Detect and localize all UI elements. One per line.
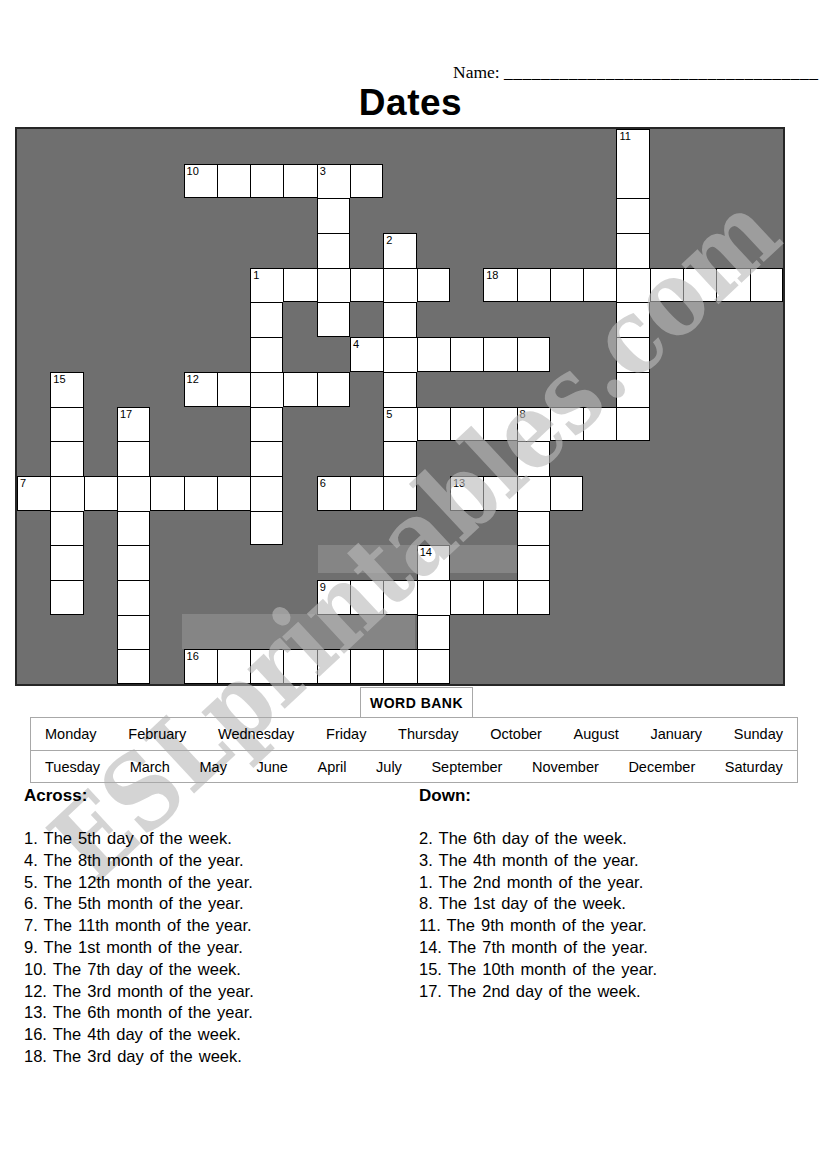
grid-cell-r4c18[interactable] [616, 268, 649, 303]
block-cell [750, 649, 783, 684]
across-clues-section: Across: 1. The 5th day of the week.4. Th… [24, 786, 254, 1068]
block-cell [483, 164, 516, 199]
grid-cell-r10c3[interactable] [117, 476, 150, 511]
block-cell [583, 302, 616, 337]
block-cell [583, 649, 616, 684]
block-cell [84, 198, 117, 233]
grid-cell-r4c16[interactable] [550, 268, 583, 303]
grid-cell-r10c5[interactable] [184, 476, 217, 511]
block-cell [650, 198, 683, 233]
grid-cell-r4c14[interactable]: 18 [483, 268, 516, 303]
block-cell [317, 337, 350, 372]
block-cell [616, 545, 649, 580]
block-cell [250, 580, 283, 615]
grid-cell-r15c7[interactable] [250, 649, 283, 684]
grid-cell-r15c6[interactable] [217, 649, 250, 684]
block-cell [683, 164, 716, 199]
clue-number-14: 14 [420, 546, 432, 559]
grid-cell-r4c19[interactable] [650, 268, 683, 303]
word-bank-label: WORD BANK [370, 695, 463, 711]
grid-cell-r12c3[interactable] [117, 545, 150, 580]
block-cell [750, 198, 783, 233]
block-cell [217, 511, 250, 546]
block-cell [750, 164, 783, 199]
grid-cell-r4c22[interactable] [750, 268, 783, 303]
block-cell [616, 615, 649, 650]
block-cell [350, 372, 383, 407]
word-bank-word: December [628, 759, 695, 775]
block-cell [583, 129, 616, 164]
grid-cell-r7c9[interactable] [317, 372, 350, 407]
grid-cell-r13c11[interactable] [383, 580, 416, 615]
grid-cell-r10c14[interactable] [483, 476, 516, 511]
grid-cell-r15c11[interactable] [383, 649, 416, 684]
block-cell [683, 372, 716, 407]
grid-cell-r9c7[interactable] [250, 441, 283, 476]
block-cell [683, 302, 716, 337]
grid-cell-r10c16[interactable] [550, 476, 583, 511]
block-cell [450, 164, 483, 199]
across-clue: 7. The 11th month of the year. [24, 915, 254, 937]
block-cell [517, 649, 550, 684]
grid-cell-r11c15[interactable] [517, 511, 550, 546]
block-cell [250, 233, 283, 268]
block-cell [350, 129, 383, 164]
grid-cell-r10c0[interactable]: 7 [17, 476, 50, 511]
block-cell [317, 615, 350, 650]
grid-cell-r15c8[interactable] [283, 649, 316, 684]
grid-cell-r8c17[interactable] [583, 407, 616, 442]
block-cell [483, 441, 516, 476]
block-cell [84, 302, 117, 337]
block-cell [250, 615, 283, 650]
word-bank-word: Sunday [734, 726, 783, 742]
grid-cell-r10c4[interactable] [150, 476, 183, 511]
block-cell [217, 545, 250, 580]
down-clue: 11. The 9th month of the year. [419, 915, 657, 937]
block-cell [483, 302, 516, 337]
grid-cell-r10c13[interactable]: 13 [450, 476, 483, 511]
word-bank-word: June [256, 759, 287, 775]
down-clue: 17. The 2nd day of the week. [419, 981, 657, 1003]
block-cell [17, 441, 50, 476]
block-cell [283, 441, 316, 476]
block-cell [450, 615, 483, 650]
page-title: Dates [0, 82, 821, 124]
grid-cell-r2c9[interactable] [317, 198, 350, 233]
block-cell [517, 615, 550, 650]
block-cell [150, 649, 183, 684]
grid-cell-r12c15[interactable] [517, 545, 550, 580]
block-cell [750, 441, 783, 476]
block-cell [517, 129, 550, 164]
word-bank-word: February [128, 726, 186, 742]
grid-cell-r4c10[interactable] [350, 268, 383, 303]
block-cell [17, 198, 50, 233]
grid-cell-r4c8[interactable] [283, 268, 316, 303]
grid-cell-r11c3[interactable] [117, 511, 150, 546]
block-cell [17, 233, 50, 268]
grid-cell-r7c5[interactable]: 12 [184, 372, 217, 407]
grid-cell-r9c3[interactable] [117, 441, 150, 476]
block-cell [583, 337, 616, 372]
grid-cell-r5c7[interactable] [250, 302, 283, 337]
block-cell [450, 441, 483, 476]
grid-cell-r8c13[interactable] [450, 407, 483, 442]
block-cell [716, 649, 749, 684]
block-cell [17, 580, 50, 615]
block-cell [650, 407, 683, 442]
grid-cell-r14c3[interactable] [117, 615, 150, 650]
grid-cell-r8c3[interactable]: 17 [117, 407, 150, 442]
grid-cell-r14c12[interactable] [417, 615, 450, 650]
grid-cell-r13c3[interactable] [117, 580, 150, 615]
block-cell [383, 164, 416, 199]
grid-cell-r10c7[interactable] [250, 476, 283, 511]
block-cell [417, 164, 450, 199]
block-cell [550, 441, 583, 476]
block-cell [650, 372, 683, 407]
clue-number-1: 1 [253, 269, 259, 282]
block-cell [750, 129, 783, 164]
word-bank-word: Thursday [398, 726, 458, 742]
block-cell [750, 407, 783, 442]
grid-cell-r13c14[interactable] [483, 580, 516, 615]
block-cell [650, 233, 683, 268]
grid-cell-r6c13[interactable] [450, 337, 483, 372]
grid-cell-r1c6[interactable] [217, 164, 250, 199]
block-cell [150, 198, 183, 233]
grid-cell-r6c11[interactable] [383, 337, 416, 372]
grid-cell-r13c12[interactable] [417, 580, 450, 615]
grid-cell-r5c9[interactable] [317, 302, 350, 337]
block-cell [683, 615, 716, 650]
block-cell [650, 164, 683, 199]
block-cell [84, 372, 117, 407]
block-cell [17, 337, 50, 372]
grid-cell-r10c1[interactable] [50, 476, 83, 511]
block-cell [650, 337, 683, 372]
across-clue: 5. The 12th month of the year. [24, 872, 254, 894]
across-clue: 10. The 7th day of the week. [24, 959, 254, 981]
block-cell [84, 511, 117, 546]
grid-cell-r1c10[interactable] [350, 164, 383, 199]
block-cell [84, 545, 117, 580]
grid-cell-r13c9[interactable]: 9 [317, 580, 350, 615]
clue-number-17: 17 [120, 408, 132, 421]
grid-cell-r8c14[interactable] [483, 407, 516, 442]
grid-cell-r4c15[interactable] [517, 268, 550, 303]
down-clue: 8. The 1st day of the week. [419, 893, 657, 915]
block-cell [650, 441, 683, 476]
down-clue: 15. The 10th month of the year. [419, 959, 657, 981]
grid-cell-r10c6[interactable] [217, 476, 250, 511]
grid-cell-r4c9[interactable] [317, 268, 350, 303]
grid-cell-r6c12[interactable] [417, 337, 450, 372]
block-cell [17, 129, 50, 164]
grid-cell-r7c18[interactable] [616, 372, 649, 407]
block-cell [283, 198, 316, 233]
block-cell [350, 302, 383, 337]
grid-cell-r3c9[interactable] [317, 233, 350, 268]
grid-cell-r12c1[interactable] [50, 545, 83, 580]
grid-cell-r15c12[interactable] [417, 649, 450, 684]
block-cell [550, 545, 583, 580]
block-cell [383, 545, 416, 580]
block-cell [583, 476, 616, 511]
block-cell [683, 198, 716, 233]
block-cell [683, 129, 716, 164]
grid-cell-r3c11[interactable]: 2 [383, 233, 416, 268]
block-cell [184, 441, 217, 476]
block-cell [84, 407, 117, 442]
block-cell [283, 407, 316, 442]
down-clue: 1. The 2nd month of the year. [419, 872, 657, 894]
grid-cell-r13c1[interactable] [50, 580, 83, 615]
word-bank-word: Monday [45, 726, 97, 742]
block-cell [84, 164, 117, 199]
grid-cell-r5c18[interactable] [616, 302, 649, 337]
block-cell [616, 476, 649, 511]
block-cell [184, 511, 217, 546]
block-cell [17, 164, 50, 199]
grid-cell-r13c13[interactable] [450, 580, 483, 615]
down-clue: 3. The 4th month of the year. [419, 850, 657, 872]
block-cell [117, 268, 150, 303]
block-cell [283, 233, 316, 268]
block-cell [550, 580, 583, 615]
block-cell [150, 164, 183, 199]
grid-cell-r6c7[interactable] [250, 337, 283, 372]
grid-cell-r9c11[interactable] [383, 441, 416, 476]
word-bank-word: Saturday [725, 759, 783, 775]
block-cell [650, 129, 683, 164]
block-cell [283, 580, 316, 615]
grid-cell-r8c16[interactable] [550, 407, 583, 442]
grid-cell-r3c18[interactable] [616, 233, 649, 268]
grid-cell-r6c10[interactable]: 4 [350, 337, 383, 372]
block-cell [350, 511, 383, 546]
grid-cell-r4c12[interactable] [417, 268, 450, 303]
block-cell [17, 649, 50, 684]
word-bank-word: August [574, 726, 619, 742]
crossword-grid: 111032118415121758761314916 [15, 127, 785, 686]
grid-cell-r9c15[interactable] [517, 441, 550, 476]
block-cell [550, 372, 583, 407]
block-cell [17, 302, 50, 337]
block-cell [683, 511, 716, 546]
grid-cell-r15c9[interactable] [317, 649, 350, 684]
block-cell [450, 545, 483, 580]
block-cell [750, 615, 783, 650]
block-cell [650, 476, 683, 511]
word-bank-word: March [130, 759, 170, 775]
block-cell [483, 233, 516, 268]
block-cell [117, 164, 150, 199]
across-clue: 4. The 8th month of the year. [24, 850, 254, 872]
across-clue-list: 1. The 5th day of the week.4. The 8th mo… [24, 828, 254, 1068]
grid-cell-r10c9[interactable]: 6 [317, 476, 350, 511]
block-cell [550, 233, 583, 268]
clue-number-10: 10 [187, 165, 199, 178]
name-blank-line[interactable]: __________________________________ [504, 62, 819, 82]
grid-cell-r4c11[interactable] [383, 268, 416, 303]
block-cell [650, 580, 683, 615]
grid-cell-r8c18[interactable] [616, 407, 649, 442]
block-cell [616, 511, 649, 546]
block-cell [750, 233, 783, 268]
block-cell [184, 233, 217, 268]
block-cell [17, 407, 50, 442]
grid-cell-r10c2[interactable] [84, 476, 117, 511]
block-cell [17, 615, 50, 650]
down-clue: 2. The 6th day of the week. [419, 828, 657, 850]
word-bank-word: November [532, 759, 599, 775]
grid-cell-r4c21[interactable] [716, 268, 749, 303]
block-cell [150, 407, 183, 442]
block-cell [50, 198, 83, 233]
grid-cell-r8c15[interactable]: 8 [517, 407, 550, 442]
grid-cell-r8c12[interactable] [417, 407, 450, 442]
block-cell [150, 511, 183, 546]
grid-cell-r0c18[interactable]: 11 [616, 129, 649, 164]
block-cell [117, 198, 150, 233]
name-label: Name: [453, 62, 500, 82]
grid-cell-r9c1[interactable] [50, 441, 83, 476]
block-cell [650, 511, 683, 546]
grid-cell-r15c5[interactable]: 16 [184, 649, 217, 684]
grid-cell-r1c5[interactable]: 10 [184, 164, 217, 199]
block-cell [217, 407, 250, 442]
block-cell [483, 511, 516, 546]
grid-cell-r1c7[interactable] [250, 164, 283, 199]
block-cell [283, 545, 316, 580]
clue-number-3: 3 [320, 165, 326, 178]
grid-cell-r4c7[interactable]: 1 [250, 268, 283, 303]
grid-cell-r13c10[interactable] [350, 580, 383, 615]
block-cell [550, 511, 583, 546]
down-clue-list: 2. The 6th day of the week.3. The 4th mo… [419, 828, 657, 1002]
across-heading: Across: [24, 786, 254, 806]
block-cell [150, 580, 183, 615]
block-cell [117, 337, 150, 372]
grid-cell-r1c9[interactable]: 3 [317, 164, 350, 199]
block-cell [84, 268, 117, 303]
grid-cell-r4c20[interactable] [683, 268, 716, 303]
block-cell [250, 129, 283, 164]
grid-cell-r7c7[interactable] [250, 372, 283, 407]
grid-cell-r7c8[interactable] [283, 372, 316, 407]
grid-cell-r5c11[interactable] [383, 302, 416, 337]
block-cell [217, 441, 250, 476]
block-cell [217, 580, 250, 615]
word-bank-label-box: WORD BANK [360, 687, 473, 718]
block-cell [417, 511, 450, 546]
grid-cell-r1c8[interactable] [283, 164, 316, 199]
across-clue: 6. The 5th month of the year. [24, 893, 254, 915]
word-bank-row-2: TuesdayMarchMayJuneAprilJulySeptemberNov… [30, 750, 798, 783]
block-cell [283, 615, 316, 650]
block-cell [517, 164, 550, 199]
block-cell [184, 302, 217, 337]
block-cell [283, 129, 316, 164]
word-bank-word: September [431, 759, 502, 775]
grid-cell-r10c15[interactable] [517, 476, 550, 511]
block-cell [17, 545, 50, 580]
grid-cell-r10c11[interactable] [383, 476, 416, 511]
block-cell [184, 268, 217, 303]
block-cell [550, 164, 583, 199]
block-cell [550, 649, 583, 684]
block-cell [283, 476, 316, 511]
grid-cell-r7c6[interactable] [217, 372, 250, 407]
block-cell [716, 302, 749, 337]
block-cell [450, 372, 483, 407]
grid-cell-r12c12[interactable]: 14 [417, 545, 450, 580]
block-cell [84, 580, 117, 615]
block-cell [483, 129, 516, 164]
block-cell [217, 337, 250, 372]
block-cell [716, 372, 749, 407]
block-cell [150, 615, 183, 650]
block-cell [583, 580, 616, 615]
grid-cell-r15c3[interactable] [117, 649, 150, 684]
grid-cell-r7c1[interactable]: 15 [50, 372, 83, 407]
block-cell [583, 615, 616, 650]
block-cell [117, 233, 150, 268]
block-cell [450, 233, 483, 268]
grid-cell-r2c18[interactable] [616, 198, 649, 233]
block-cell [150, 129, 183, 164]
grid-cell-r1c18[interactable] [616, 164, 649, 199]
word-bank-word: May [200, 759, 227, 775]
block-cell [283, 302, 316, 337]
grid-cell-r13c15[interactable] [517, 580, 550, 615]
grid-cell-r8c7[interactable] [250, 407, 283, 442]
block-cell [683, 545, 716, 580]
block-cell [583, 441, 616, 476]
block-cell [350, 233, 383, 268]
clue-number-16: 16 [187, 650, 199, 663]
grid-cell-r8c11[interactable]: 5 [383, 407, 416, 442]
grid-cell-r7c11[interactable] [383, 372, 416, 407]
block-cell [50, 615, 83, 650]
block-cell [583, 545, 616, 580]
grid-cell-r11c1[interactable] [50, 511, 83, 546]
grid-cell-r10c10[interactable] [350, 476, 383, 511]
block-cell [217, 615, 250, 650]
grid-cell-r6c15[interactable] [517, 337, 550, 372]
block-cell [150, 268, 183, 303]
block-cell [150, 233, 183, 268]
grid-cell-r8c1[interactable] [50, 407, 83, 442]
grid-cell-r6c14[interactable] [483, 337, 516, 372]
grid-cell-r11c7[interactable] [250, 511, 283, 546]
grid-cell-r6c18[interactable] [616, 337, 649, 372]
block-cell [50, 129, 83, 164]
word-bank-row-1: MondayFebruaryWednesdayFridayThursdayOct… [30, 717, 798, 750]
grid-cell-r15c10[interactable] [350, 649, 383, 684]
grid-cell-r4c17[interactable] [583, 268, 616, 303]
block-cell [317, 441, 350, 476]
block-cell [616, 441, 649, 476]
block-cell [317, 545, 350, 580]
across-clue: 12. The 3rd month of the year. [24, 981, 254, 1003]
across-clue: 1. The 5th day of the week. [24, 828, 254, 850]
block-cell [383, 129, 416, 164]
block-cell [117, 129, 150, 164]
block-cell [550, 302, 583, 337]
